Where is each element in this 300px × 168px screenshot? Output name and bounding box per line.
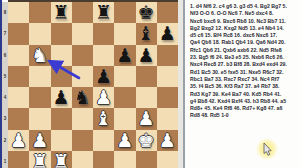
square-a6[interactable] xyxy=(8,45,29,66)
square-e5[interactable]: ♟ xyxy=(93,66,114,87)
square-f1[interactable] xyxy=(114,151,135,168)
square-d7[interactable] xyxy=(72,23,93,44)
square-c1[interactable]: ♜ xyxy=(51,151,72,168)
move-line: 23. Bg5 f6 24. Be3 e5 25. Nxb6 Rc6 26. xyxy=(190,54,298,61)
white-pawn: ♟ xyxy=(136,108,157,129)
square-h1[interactable] xyxy=(157,151,178,168)
move-line: Nxc4 Rec8 27. b3 Bf8 28. Bxd4 exd4 29. xyxy=(190,61,298,68)
square-d2[interactable] xyxy=(72,130,93,151)
square-e4[interactable]: ♟ xyxy=(93,87,114,108)
square-f8[interactable] xyxy=(114,2,135,23)
square-f5[interactable] xyxy=(114,66,135,87)
square-h8[interactable] xyxy=(157,2,178,23)
move-list: 1. d4 Nf6 2. c4 g6 3. g3 d5 4. Bg2 Bg7 5… xyxy=(190,3,298,120)
move-line: Rd8+ 45. Ke4 Rf8 46. Rd7+ Kg8 47. a6 xyxy=(190,105,298,112)
square-b4[interactable] xyxy=(29,87,50,108)
black-pawn: ♟ xyxy=(136,45,157,66)
square-d8[interactable] xyxy=(72,2,93,23)
black-rook: ♜ xyxy=(93,2,114,23)
square-b8[interactable] xyxy=(29,2,50,23)
square-a4[interactable] xyxy=(8,87,29,108)
black-pawn: ♟ xyxy=(93,66,114,87)
square-g8[interactable]: ♚ xyxy=(136,2,157,23)
move-line: d5 c6 15. Bf4 Rc8 16. dxc6 Nxc6 17. xyxy=(190,32,298,39)
square-g2[interactable]: ♚ xyxy=(136,130,157,151)
square-e2[interactable] xyxy=(93,130,114,151)
square-f3[interactable] xyxy=(114,108,135,129)
move-line: Bg2 Bxg2 12. Kxg2 Nd5 13. e4 Nb4 14. xyxy=(190,25,298,32)
white-rook: ♜ xyxy=(29,151,50,168)
square-c4[interactable]: ♟ xyxy=(51,87,72,108)
move-line: Rfc1 Qb6 21. Qxb6 axb6 22. Nd5 Rfe8 xyxy=(190,47,298,54)
white-bishop: ♝ xyxy=(93,108,114,129)
move-line: 35. f4 Bc5 36. Kf3 Ra7 37. a4 Rb7 38. xyxy=(190,83,298,90)
square-a2[interactable]: ♟ xyxy=(8,130,29,151)
move-line: Rd3 Kg7 39. Ke4 Ba7 40. Kd5 Rb4 41. xyxy=(190,91,298,98)
square-g7[interactable]: ♝ xyxy=(136,23,157,44)
square-d5[interactable] xyxy=(72,66,93,87)
square-h2[interactable]: ♟ xyxy=(157,130,178,151)
black-pawn: ♟ xyxy=(114,45,135,66)
square-d4[interactable]: ♞ xyxy=(72,87,93,108)
square-b6[interactable]: ♞ xyxy=(29,45,50,66)
move-line: 1. d4 Nf6 2. c4 g6 3. g3 d5 4. Bg2 Bg7 5… xyxy=(190,3,298,10)
chess-board: ♜♜♚♝♟♞♟♟♟♟♞♟♝♟♟♟♟♚♟♜♜ xyxy=(8,0,178,168)
square-h4[interactable] xyxy=(157,87,178,108)
square-b7[interactable] xyxy=(29,23,50,44)
square-b5[interactable] xyxy=(29,66,50,87)
square-b3[interactable] xyxy=(29,108,50,129)
square-g1[interactable] xyxy=(136,151,157,168)
white-pawn: ♟ xyxy=(157,130,178,151)
square-e8[interactable]: ♜ xyxy=(93,2,114,23)
move-line: Qa4 Qb6 18. Rab1 Qb4 19. Qa6 Nd4 20. xyxy=(190,39,298,46)
black-pawn: ♟ xyxy=(51,87,72,108)
square-a5[interactable] xyxy=(8,66,29,87)
square-d3[interactable] xyxy=(72,108,93,129)
square-d6[interactable] xyxy=(72,45,93,66)
square-g6[interactable]: ♟ xyxy=(136,45,157,66)
square-c3[interactable] xyxy=(51,108,72,129)
white-pawn: ♟ xyxy=(29,130,50,151)
square-h6[interactable] xyxy=(157,45,178,66)
square-f4[interactable] xyxy=(114,87,135,108)
square-c2[interactable] xyxy=(51,130,72,151)
black-knight: ♞ xyxy=(72,87,93,108)
square-f7[interactable] xyxy=(114,23,135,44)
move-line: Nxc6 bxc6 9. Bxc6 Rb8 10. Nc3 Bb7 11. xyxy=(190,18,298,25)
square-a7[interactable] xyxy=(8,23,29,44)
move-line: Rd8 48. Rd5 1-0 xyxy=(190,112,298,119)
white-pawn: ♟ xyxy=(93,87,114,108)
square-c8[interactable]: ♜ xyxy=(51,2,72,23)
square-b1[interactable]: ♜ xyxy=(29,151,50,168)
black-bishop: ♝ xyxy=(136,23,157,44)
chess-video-frame: 8 7 6 5 4 3 2 1 ♜♜♚♝♟♞♟♟♟♟♞♟♝♟♟♟♟♚♟♜♜ 1.… xyxy=(0,0,300,168)
square-h3[interactable] xyxy=(157,108,178,129)
square-f6[interactable]: ♟ xyxy=(114,45,135,66)
square-h5[interactable] xyxy=(157,66,178,87)
square-c5[interactable] xyxy=(51,66,72,87)
square-g3[interactable]: ♟ xyxy=(136,108,157,129)
move-line: g4 Bb8 42. Kxd4 Bxf4 43. h3 Rb8 44. a5 xyxy=(190,98,298,105)
white-pawn: ♟ xyxy=(8,130,29,151)
move-line: Rbc1 Ba7 33. Rxc7 Rxc7 34. Nc4 Rf7 xyxy=(190,76,298,83)
square-c6[interactable] xyxy=(51,45,72,66)
square-a3[interactable] xyxy=(8,108,29,129)
white-knight: ♞ xyxy=(29,45,50,66)
square-h7[interactable]: ♟ xyxy=(157,23,178,44)
square-g4[interactable] xyxy=(136,87,157,108)
white-king: ♚ xyxy=(136,130,157,151)
square-b2[interactable]: ♟ xyxy=(29,130,50,151)
square-d1[interactable] xyxy=(72,151,93,168)
square-e3[interactable]: ♝ xyxy=(93,108,114,129)
square-g5[interactable] xyxy=(136,66,157,87)
black-pawn: ♟ xyxy=(157,23,178,44)
square-e1[interactable] xyxy=(93,151,114,168)
black-king: ♚ xyxy=(136,2,157,23)
square-f2[interactable]: ♟ xyxy=(114,130,135,151)
square-e6[interactable] xyxy=(93,45,114,66)
white-rook: ♜ xyxy=(51,151,72,168)
square-c7[interactable] xyxy=(51,23,72,44)
square-e7[interactable] xyxy=(93,23,114,44)
black-rook: ♜ xyxy=(51,2,72,23)
notation-panel: 1. d4 Nf6 2. c4 g6 3. g3 d5 4. Bg2 Bg7 5… xyxy=(185,0,300,168)
square-a8[interactable] xyxy=(8,2,29,23)
white-pawn: ♟ xyxy=(114,130,135,151)
move-line: Rd1 Bc5 30. e5 fxe5 31. Nxe5 R6c7 32. xyxy=(190,69,298,76)
move-line: Nf3 O-O 6. O-O Nc6 7. Ne5 dxc4 8. xyxy=(190,10,298,17)
square-a1[interactable] xyxy=(8,151,29,168)
